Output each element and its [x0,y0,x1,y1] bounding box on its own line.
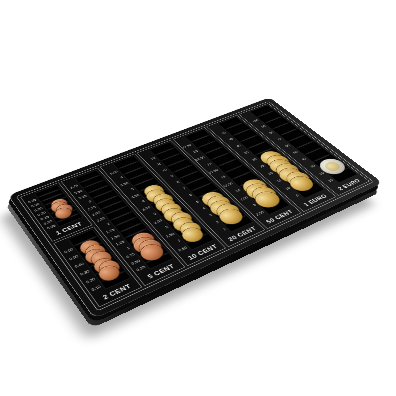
scale-mark: 12 [150,156,156,160]
scale-mark: 3.50 [73,189,83,194]
scale-mark: 2.75 [87,205,97,211]
scale-mark: 10 [327,178,333,182]
scale-mark: 1.25 [115,240,125,246]
scale-mark: 50 [221,131,227,134]
scale-mark: 20 [267,171,273,175]
scale-mark: 3.75 [69,184,79,189]
scale-mark: 80 [268,131,274,134]
scale-mark: 0.25 [135,265,146,272]
scale-mark: 0.75 [125,252,136,258]
scale-mark: 0.40 [74,262,85,269]
scale-mark: 0.50 [130,259,141,266]
scale-mark: 25 [192,149,198,153]
scale-mark: 27.50 [181,143,192,148]
scale-mark: 3.50 [141,206,151,212]
scale-mark: 3 [152,212,156,215]
scale-mark: 30 [251,157,257,161]
scale-mark: 5 [195,200,199,203]
scale-mark: 2 [106,222,110,226]
scale-mark: 60 [284,144,290,147]
scale-mark: 2.50 [255,210,265,216]
scale-mark: 0.10 [90,285,101,292]
scale-mark: 6.50 [109,170,118,175]
scale-mark: 1.50 [110,234,120,240]
scale-mark: 17.50 [208,168,219,174]
scale-mark: 15 [220,175,226,179]
scale-mark: 3 [208,213,213,216]
scale-mark: 45 [228,137,234,140]
scale-mark: 5 [252,203,257,206]
scale-mark: 0.20 [85,277,96,284]
scale-mark: 11 [156,162,162,166]
scale-mark: 1 [126,246,131,250]
scale-mark: 6 [188,193,192,196]
scale-mark: 8 [176,180,180,183]
scale-mark: 30 [309,164,315,168]
scale-mark: 22.50 [194,156,205,162]
scale-mark: 2 [215,220,220,224]
scale-mark: 0.60 [63,247,74,253]
scale-mark: 4 [201,206,206,209]
scale-mark: 5.50 [119,181,128,186]
scale-mark: 100 [251,119,259,123]
scale-mark: 0.50 [68,254,79,261]
scale-mark: 4 [141,199,145,202]
scale-mark: 12.50 [222,182,233,188]
scale-mark: 40 [301,157,307,161]
scale-mark: 1.50 [165,232,175,238]
scale-mark: 25 [259,164,265,168]
scale-mark: 4.50 [130,193,140,198]
scale-mark: 10 [161,168,167,172]
scale-mark: 3.25 [78,194,88,199]
scale-mark: 2.50 [91,211,101,217]
scale-mark: 9 [169,174,173,177]
scale-mark: 70 [276,137,282,140]
scale-mark: 0.50 [177,246,187,252]
scale-mark: 5 [295,194,300,197]
scale-mark: 0.30 [79,269,90,276]
scale-mark: 5 [130,187,134,190]
scale-mark: 10 [284,186,291,190]
scale-mark: 2.50 [153,218,163,224]
scale-mark: 10 [234,189,240,193]
scale-mark: 3 [88,200,92,203]
scale-mark: 40 [235,144,241,147]
scale-mark: 7 [182,187,186,190]
scale-mark: 35 [243,151,249,155]
scale-mark: 50 [292,150,298,154]
scale-mark: 6 [119,176,123,179]
scale-mark: 1 [222,227,227,231]
scale-mark: 1 [177,239,182,243]
scale-mark: 7.50 [239,196,249,201]
scale-mark: 2.25 [96,216,106,222]
scale-mark: 20 [206,162,212,166]
scale-mark: 1.75 [105,228,115,234]
scale-mark: 2 [164,225,169,229]
scale-mark: 90 [260,125,266,128]
